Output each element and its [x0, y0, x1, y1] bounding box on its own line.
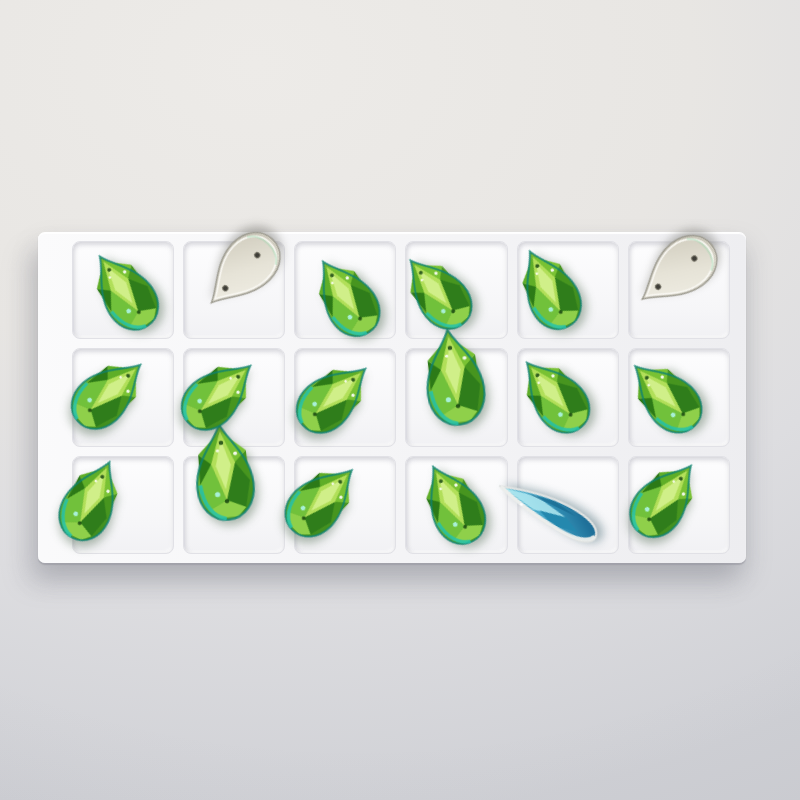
tray-cell-r2c6	[628, 348, 730, 446]
tray-cell-r1c5	[517, 241, 619, 339]
tray-cell-r1c6	[628, 241, 730, 339]
tray-cell-r2c2	[183, 348, 285, 446]
tray-grid	[72, 241, 730, 554]
tray-cell-r3c1	[72, 456, 174, 554]
rhinestone-tray	[38, 232, 746, 563]
tray-cell-r2c3	[294, 348, 396, 446]
tray-cell-r2c1	[72, 348, 174, 446]
tray-cell-r2c5	[517, 348, 619, 446]
tray-cell-r1c3	[294, 241, 396, 339]
tray-cell-r3c4	[405, 456, 507, 554]
tray-cell-r3c6	[628, 456, 730, 554]
tray-cell-r1c4	[405, 241, 507, 339]
tray-cell-r1c2	[183, 241, 285, 339]
tray-cell-r1c1	[72, 241, 174, 339]
tray-cell-r3c2	[183, 456, 285, 554]
tray-cell-r3c3	[294, 456, 396, 554]
tray-cell-r3c5	[517, 456, 619, 554]
product-photo	[0, 0, 800, 800]
tray-cell-r2c4	[405, 348, 507, 446]
